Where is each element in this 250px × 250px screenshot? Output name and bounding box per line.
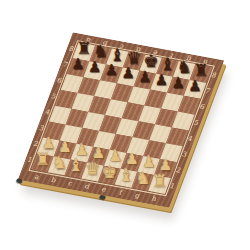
product-photo-stage: hgfedcba abcdefgh 87654321 87654321 ♜♞♝♛… [0,0,250,250]
latch-clasp-center [99,195,106,200]
chess-grid: ♜♞♝♛♚♝♞♜♟♟♟♟♟♟♟♟♟♟♟♟♟♟♟♟♜♞♝♛♚♝♞♜ [31,42,212,194]
chess-board: hgfedcba abcdefgh 87654321 87654321 ♜♞♝♛… [18,32,224,207]
latch-clasp-left [16,178,24,184]
